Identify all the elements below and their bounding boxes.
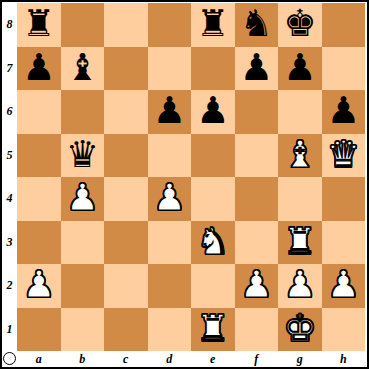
square-e7[interactable]: [191, 47, 235, 91]
square-e3[interactable]: ♞: [191, 221, 235, 265]
square-g7[interactable]: ♟: [278, 47, 322, 91]
file-label-f: f: [235, 351, 279, 367]
square-c4[interactable]: [104, 177, 148, 221]
square-c6[interactable]: [104, 90, 148, 134]
rank-label-7: 7: [2, 47, 17, 91]
square-b3[interactable]: [61, 221, 105, 265]
square-g8[interactable]: ♚: [278, 3, 322, 47]
file-label-a: a: [17, 351, 61, 367]
square-b1[interactable]: [61, 308, 105, 352]
rank-label-5: 5: [2, 134, 17, 178]
white-to-move-indicator: [3, 352, 16, 365]
square-a6[interactable]: [17, 90, 61, 134]
piece-black-pawn[interactable]: ♟: [22, 49, 55, 86]
square-b8[interactable]: [61, 3, 105, 47]
square-h2[interactable]: ♟: [322, 264, 366, 308]
piece-white-pawn[interactable]: ♟: [283, 266, 316, 303]
square-b7[interactable]: ♝: [61, 47, 105, 91]
square-h5[interactable]: ♛: [322, 134, 366, 178]
piece-black-king[interactable]: ♚: [283, 5, 316, 42]
square-c5[interactable]: [104, 134, 148, 178]
file-label-h: h: [322, 351, 366, 367]
file-label-b: b: [61, 351, 105, 367]
square-e1[interactable]: ♜: [191, 308, 235, 352]
square-e5[interactable]: [191, 134, 235, 178]
piece-black-rook[interactable]: ♜: [22, 5, 55, 42]
square-h1[interactable]: [322, 308, 366, 352]
square-h4[interactable]: [322, 177, 366, 221]
square-d8[interactable]: [148, 3, 192, 47]
rank-label-2: 2: [2, 264, 17, 308]
piece-black-pawn[interactable]: ♟: [240, 49, 273, 86]
piece-white-rook[interactable]: ♜: [196, 310, 229, 347]
piece-black-knight[interactable]: ♞: [240, 5, 273, 42]
board: ♜♜♞♚♟♝♟♟♟♟♟♛♝♛♟♟♞♜♟♟♟♟♜♚: [17, 3, 365, 351]
piece-white-pawn[interactable]: ♟: [327, 266, 360, 303]
piece-white-bishop[interactable]: ♝: [283, 136, 316, 173]
rank-label-3: 3: [2, 221, 17, 265]
square-d6[interactable]: ♟: [148, 90, 192, 134]
square-f4[interactable]: [235, 177, 279, 221]
square-e6[interactable]: ♟: [191, 90, 235, 134]
square-d3[interactable]: [148, 221, 192, 265]
rank-label-4: 4: [2, 177, 17, 221]
piece-black-bishop[interactable]: ♝: [66, 49, 99, 86]
square-f5[interactable]: [235, 134, 279, 178]
piece-black-pawn[interactable]: ♟: [283, 49, 316, 86]
square-a1[interactable]: [17, 308, 61, 352]
piece-white-pawn[interactable]: ♟: [22, 266, 55, 303]
square-c3[interactable]: [104, 221, 148, 265]
square-f7[interactable]: ♟: [235, 47, 279, 91]
square-e4[interactable]: [191, 177, 235, 221]
square-f6[interactable]: [235, 90, 279, 134]
square-b5[interactable]: ♛: [61, 134, 105, 178]
square-g5[interactable]: ♝: [278, 134, 322, 178]
square-c8[interactable]: [104, 3, 148, 47]
piece-white-pawn[interactable]: ♟: [240, 266, 273, 303]
piece-black-rook[interactable]: ♜: [196, 5, 229, 42]
file-label-c: c: [104, 351, 148, 367]
square-e8[interactable]: ♜: [191, 3, 235, 47]
square-e2[interactable]: [191, 264, 235, 308]
piece-white-pawn[interactable]: ♟: [66, 179, 99, 216]
piece-black-pawn[interactable]: ♟: [327, 92, 360, 129]
square-b6[interactable]: [61, 90, 105, 134]
square-d2[interactable]: [148, 264, 192, 308]
square-f1[interactable]: [235, 308, 279, 352]
square-b4[interactable]: ♟: [61, 177, 105, 221]
square-a4[interactable]: [17, 177, 61, 221]
square-a8[interactable]: ♜: [17, 3, 61, 47]
file-label-e: e: [191, 351, 235, 367]
square-c1[interactable]: [104, 308, 148, 352]
square-g3[interactable]: ♜: [278, 221, 322, 265]
piece-white-king[interactable]: ♚: [283, 310, 316, 347]
square-d1[interactable]: [148, 308, 192, 352]
piece-black-queen[interactable]: ♛: [66, 136, 99, 173]
square-g4[interactable]: [278, 177, 322, 221]
square-c7[interactable]: [104, 47, 148, 91]
square-g1[interactable]: ♚: [278, 308, 322, 352]
rank-label-8: 8: [2, 3, 17, 47]
piece-white-queen[interactable]: ♛: [327, 136, 360, 173]
square-h7[interactable]: [322, 47, 366, 91]
square-d5[interactable]: [148, 134, 192, 178]
file-label-d: d: [148, 351, 192, 367]
file-label-g: g: [278, 351, 322, 367]
square-a3[interactable]: [17, 221, 61, 265]
square-h8[interactable]: [322, 3, 366, 47]
square-a5[interactable]: [17, 134, 61, 178]
square-d4[interactable]: ♟: [148, 177, 192, 221]
square-d7[interactable]: [148, 47, 192, 91]
square-c2[interactable]: [104, 264, 148, 308]
square-h3[interactable]: [322, 221, 366, 265]
square-a7[interactable]: ♟: [17, 47, 61, 91]
piece-white-pawn[interactable]: ♟: [153, 179, 186, 216]
rank-label-1: 1: [2, 308, 17, 352]
square-f3[interactable]: [235, 221, 279, 265]
square-g6[interactable]: [278, 90, 322, 134]
square-b2[interactable]: [61, 264, 105, 308]
piece-black-pawn[interactable]: ♟: [196, 92, 229, 129]
square-f2[interactable]: ♟: [235, 264, 279, 308]
square-h6[interactable]: ♟: [322, 90, 366, 134]
piece-white-knight[interactable]: ♞: [196, 223, 229, 260]
square-g2[interactable]: ♟: [278, 264, 322, 308]
square-f8[interactable]: ♞: [235, 3, 279, 47]
square-a2[interactable]: ♟: [17, 264, 61, 308]
piece-white-rook[interactable]: ♜: [283, 223, 316, 260]
chessboard-frame: ♜♜♞♚♟♝♟♟♟♟♟♛♝♛♟♟♞♜♟♟♟♟♜♚ 87654321 abcdef…: [0, 0, 369, 369]
piece-black-pawn[interactable]: ♟: [153, 92, 186, 129]
rank-label-6: 6: [2, 90, 17, 134]
